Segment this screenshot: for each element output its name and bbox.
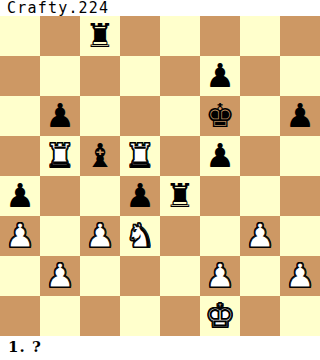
square-h6[interactable]: ♟	[280, 96, 320, 136]
square-d2[interactable]	[120, 256, 160, 296]
square-f8[interactable]	[200, 16, 240, 56]
square-d7[interactable]	[120, 56, 160, 96]
square-e5[interactable]	[160, 136, 200, 176]
square-d3[interactable]: ♞	[120, 216, 160, 256]
square-g2[interactable]	[240, 256, 280, 296]
square-e1[interactable]	[160, 296, 200, 336]
white-king[interactable]: ♚	[205, 296, 235, 336]
square-d6[interactable]	[120, 96, 160, 136]
white-knight[interactable]: ♞	[125, 216, 155, 256]
square-a6[interactable]	[0, 96, 40, 136]
square-f3[interactable]	[200, 216, 240, 256]
square-h8[interactable]	[280, 16, 320, 56]
square-d4[interactable]: ♟	[120, 176, 160, 216]
square-a1[interactable]	[0, 296, 40, 336]
black-pawn[interactable]: ♟	[205, 136, 235, 176]
square-a5[interactable]	[0, 136, 40, 176]
square-b3[interactable]	[40, 216, 80, 256]
square-a8[interactable]	[0, 16, 40, 56]
square-g7[interactable]	[240, 56, 280, 96]
black-rook[interactable]: ♜	[165, 176, 195, 216]
black-pawn[interactable]: ♟	[45, 96, 75, 136]
square-a4[interactable]: ♟	[0, 176, 40, 216]
square-f1[interactable]: ♚	[200, 296, 240, 336]
square-c1[interactable]	[80, 296, 120, 336]
square-h1[interactable]	[280, 296, 320, 336]
square-c2[interactable]	[80, 256, 120, 296]
square-a3[interactable]: ♟	[0, 216, 40, 256]
square-f6[interactable]: ♚	[200, 96, 240, 136]
black-pawn[interactable]: ♟	[125, 176, 155, 216]
square-b2[interactable]: ♟	[40, 256, 80, 296]
square-f5[interactable]: ♟	[200, 136, 240, 176]
chess-board: ♜♟♟♚♟♜♝♜♟♟♟♜♟♟♞♟♟♟♟♚	[0, 16, 320, 336]
black-pawn[interactable]: ♟	[5, 176, 35, 216]
white-rook[interactable]: ♜	[125, 136, 155, 176]
square-f4[interactable]	[200, 176, 240, 216]
square-b8[interactable]	[40, 16, 80, 56]
square-b5[interactable]: ♜	[40, 136, 80, 176]
square-h3[interactable]	[280, 216, 320, 256]
square-e6[interactable]	[160, 96, 200, 136]
square-h4[interactable]	[280, 176, 320, 216]
white-pawn[interactable]: ♟	[205, 256, 235, 296]
black-pawn[interactable]: ♟	[205, 56, 235, 96]
square-e2[interactable]	[160, 256, 200, 296]
square-h5[interactable]	[280, 136, 320, 176]
white-pawn[interactable]: ♟	[5, 216, 35, 256]
white-pawn[interactable]: ♟	[245, 216, 275, 256]
window-title: Crafty.224	[0, 0, 320, 16]
square-e7[interactable]	[160, 56, 200, 96]
crafty-window: Crafty.224 ♜♟♟♚♟♜♝♜♟♟♟♜♟♟♞♟♟♟♟♚ 1. ?	[0, 0, 320, 360]
white-pawn[interactable]: ♟	[285, 256, 315, 296]
square-b4[interactable]	[40, 176, 80, 216]
black-pawn[interactable]: ♟	[285, 96, 315, 136]
black-king[interactable]: ♚	[205, 96, 235, 136]
white-rook[interactable]: ♜	[45, 136, 75, 176]
square-e4[interactable]: ♜	[160, 176, 200, 216]
square-g8[interactable]	[240, 16, 280, 56]
white-pawn[interactable]: ♟	[85, 216, 115, 256]
square-b6[interactable]: ♟	[40, 96, 80, 136]
square-f2[interactable]: ♟	[200, 256, 240, 296]
square-d5[interactable]: ♜	[120, 136, 160, 176]
square-b1[interactable]	[40, 296, 80, 336]
black-bishop[interactable]: ♝	[85, 136, 115, 176]
square-c7[interactable]	[80, 56, 120, 96]
move-prompt: 1. ?	[0, 336, 320, 360]
square-g6[interactable]	[240, 96, 280, 136]
square-h7[interactable]	[280, 56, 320, 96]
square-g3[interactable]: ♟	[240, 216, 280, 256]
square-c4[interactable]	[80, 176, 120, 216]
square-g1[interactable]	[240, 296, 280, 336]
white-pawn[interactable]: ♟	[45, 256, 75, 296]
square-d8[interactable]	[120, 16, 160, 56]
square-a7[interactable]	[0, 56, 40, 96]
black-rook[interactable]: ♜	[85, 16, 115, 56]
square-e8[interactable]	[160, 16, 200, 56]
square-c5[interactable]: ♝	[80, 136, 120, 176]
square-c6[interactable]	[80, 96, 120, 136]
square-h2[interactable]: ♟	[280, 256, 320, 296]
square-e3[interactable]	[160, 216, 200, 256]
square-c3[interactable]: ♟	[80, 216, 120, 256]
square-c8[interactable]: ♜	[80, 16, 120, 56]
square-a2[interactable]	[0, 256, 40, 296]
square-g4[interactable]	[240, 176, 280, 216]
square-f7[interactable]: ♟	[200, 56, 240, 96]
square-d1[interactable]	[120, 296, 160, 336]
square-g5[interactable]	[240, 136, 280, 176]
square-b7[interactable]	[40, 56, 80, 96]
